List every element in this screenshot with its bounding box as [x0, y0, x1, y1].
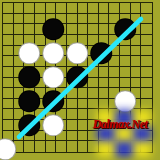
grid-cell [141, 24, 152, 35]
grid-cell [46, 141, 57, 152]
grid-cell [141, 67, 152, 78]
grid-cell [24, 3, 35, 14]
grid-cell [35, 141, 46, 152]
grid-cell [3, 88, 14, 99]
grid-cell [88, 78, 99, 89]
grid-cell [67, 131, 78, 142]
grid-cell [109, 78, 120, 89]
black-stone [18, 66, 40, 88]
grid-cell [88, 99, 99, 110]
grid-cell [99, 99, 110, 110]
white-stone [42, 114, 64, 136]
grid-cell [78, 3, 89, 14]
grid-cell [56, 141, 67, 152]
grid-cell [3, 24, 14, 35]
grid-cell [24, 141, 35, 152]
logo-square [97, 141, 115, 157]
grid-cell [88, 88, 99, 99]
grid-cell [3, 14, 14, 25]
white-stone [18, 42, 40, 64]
grid-cell [78, 131, 89, 142]
logo-square [133, 141, 151, 157]
grid-cell [78, 24, 89, 35]
grid-cell [78, 88, 89, 99]
grid-cell [99, 78, 110, 89]
grid-cell [120, 3, 131, 14]
grid-cell [141, 14, 152, 25]
grid-cell [3, 120, 14, 131]
grid-cell [88, 24, 99, 35]
grid-cell [46, 3, 57, 14]
grid-cell [109, 67, 120, 78]
grid-cell [141, 3, 152, 14]
grid-cell [141, 46, 152, 57]
black-stone [42, 90, 64, 112]
grid-cell [3, 78, 14, 89]
grid-cell [78, 14, 89, 25]
black-stone [114, 18, 136, 40]
grid-cell [67, 14, 78, 25]
black-stone [90, 42, 112, 64]
grid-cell [131, 46, 142, 57]
grid-cell [109, 3, 120, 14]
grid-cell [141, 35, 152, 46]
grid-cell [120, 56, 131, 67]
grid-cell [3, 3, 14, 14]
watermark-text: Dalmax.Net [88, 118, 152, 131]
white-stone [66, 42, 88, 64]
grid-cell [131, 78, 142, 89]
grid-cell [88, 14, 99, 25]
grid-cell [56, 3, 67, 14]
black-stone [18, 114, 40, 136]
grid-cell [88, 3, 99, 14]
grid-cell [67, 141, 78, 152]
grid-cell [141, 56, 152, 67]
grid-cell [78, 120, 89, 131]
grid-cell [78, 109, 89, 120]
grid-cell [88, 67, 99, 78]
logo-square [115, 141, 133, 157]
grid-cell [3, 109, 14, 120]
black-stone [42, 18, 64, 40]
grid-cell [120, 78, 131, 89]
grid-cell [120, 67, 131, 78]
grid-cell [141, 78, 152, 89]
grid-cell [141, 88, 152, 99]
grid-cell [14, 3, 25, 14]
grid-cell [141, 99, 152, 110]
grid-cell [131, 67, 142, 78]
grid-cell [78, 141, 89, 152]
grid-cell [3, 99, 14, 110]
grid-cell [3, 35, 14, 46]
grid-cell [67, 24, 78, 35]
grid-cell [131, 3, 142, 14]
grid-cell [99, 67, 110, 78]
grid-cell [99, 24, 110, 35]
white-stone [42, 66, 64, 88]
grid-cell [3, 46, 14, 57]
grid-cell [99, 14, 110, 25]
grid-cell [99, 3, 110, 14]
black-stone [18, 90, 40, 112]
grid-cell [14, 24, 25, 35]
black-stone [66, 66, 88, 88]
grid-cell [67, 120, 78, 131]
grid-cell [35, 3, 46, 14]
grid-cell [67, 109, 78, 120]
grid-cell [3, 56, 14, 67]
white-stone [42, 42, 64, 64]
grid-cell [24, 14, 35, 25]
grid-cell [67, 3, 78, 14]
grid-cell [120, 46, 131, 57]
white-stone [114, 90, 136, 112]
grid-cell [67, 88, 78, 99]
grid-cell [3, 67, 14, 78]
white-stone [0, 138, 16, 160]
grid-cell [14, 14, 25, 25]
grid-cell [99, 88, 110, 99]
gomoku-board[interactable]: Dalmax.Net [0, 0, 160, 160]
grid-cell [24, 24, 35, 35]
grid-cell [78, 99, 89, 110]
grid-cell [131, 56, 142, 67]
grid-cell [67, 99, 78, 110]
